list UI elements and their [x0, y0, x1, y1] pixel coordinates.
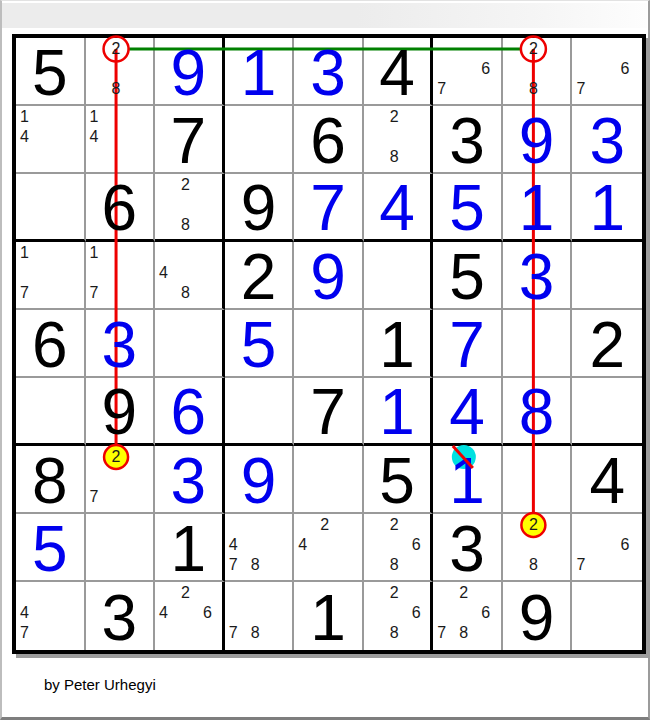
top-gray-strip — [2, 3, 647, 28]
candidate-digit[interactable]: 4 — [18, 603, 40, 623]
puzzle-credit: by Peter Urhegyi — [44, 676, 156, 693]
cell-r5c5[interactable] — [294, 310, 364, 378]
candidate-digit[interactable]: 2 — [527, 515, 549, 535]
candidate-grid — [572, 378, 642, 443]
cell-r6c3[interactable]: 6 — [155, 378, 225, 446]
given-digit: 9 — [86, 378, 154, 443]
cell-r5c3[interactable] — [155, 310, 225, 378]
candidate-grid: 2678 — [433, 582, 501, 650]
cell-r9c8[interactable]: 9 — [503, 582, 573, 650]
candidate-digit[interactable]: 6 — [410, 535, 432, 555]
cell-r7c1[interactable]: 8 — [16, 446, 86, 514]
cell-r2c7[interactable]: 3 — [433, 106, 503, 174]
candidate-grid: 14 — [86, 106, 154, 172]
candidate-grid — [364, 242, 431, 308]
cell-r6c2[interactable]: 9 — [86, 378, 156, 446]
candidate-grid: 28 — [503, 38, 571, 104]
candidate-digit[interactable]: 2 — [110, 447, 132, 467]
candidate-digit[interactable]: 7 — [18, 623, 40, 643]
candidate-grid — [16, 174, 84, 239]
candidate-grid: 28 — [503, 514, 571, 580]
cell-r9c2[interactable]: 3 — [86, 582, 156, 650]
cell-r7c2[interactable]: 27 — [86, 446, 156, 514]
cell-r7c8[interactable] — [503, 446, 573, 514]
cell-r9c1[interactable]: 47 — [16, 582, 86, 650]
given-digit: 6 — [86, 174, 154, 239]
cell-r7c9[interactable]: 4 — [572, 446, 642, 514]
candidate-grid — [155, 310, 222, 376]
candidate-digit[interactable]: 2 — [388, 583, 410, 603]
cell-r6c6[interactable]: 1 — [364, 378, 434, 446]
cell-r4c1[interactable]: 17 — [16, 242, 86, 310]
solved-digit: 4 — [364, 174, 431, 239]
cell-r3c3[interactable]: 28 — [155, 174, 225, 242]
cell-r6c5[interactable]: 7 — [294, 378, 364, 446]
solved-digit: 1 — [364, 378, 431, 443]
cell-r6c9[interactable] — [572, 378, 642, 446]
candidate-grid: 27 — [86, 446, 154, 512]
cell-r1c6[interactable]: 4 — [364, 38, 434, 106]
cell-r8c5[interactable]: 24 — [294, 514, 364, 582]
candidate-digit[interactable]: 2 — [457, 583, 479, 603]
cell-r5c2[interactable]: 3 — [86, 310, 156, 378]
candidate-digit[interactable]: 4 — [88, 127, 110, 147]
given-digit: 3 — [433, 514, 501, 580]
given-digit: 4 — [364, 38, 431, 104]
solved-digit: 7 — [294, 174, 362, 239]
cell-r1c7[interactable]: 67 — [433, 38, 503, 106]
candidate-grid: 14 — [16, 106, 84, 172]
candidate-grid: 67 — [433, 38, 501, 104]
candidate-digit[interactable]: 2 — [318, 515, 340, 535]
cell-r7c6[interactable]: 5 — [364, 446, 434, 514]
cell-r7c5[interactable] — [294, 446, 364, 514]
cell-r7c4[interactable]: 9 — [225, 446, 295, 514]
candidate-grid — [86, 514, 154, 580]
cell-r6c4[interactable] — [225, 378, 295, 446]
given-digit: 6 — [16, 310, 84, 376]
solved-digit: 9 — [503, 106, 571, 172]
sudoku-board: 5289134672867141476283936289745111717482… — [12, 34, 646, 654]
candidate-grid — [572, 242, 642, 308]
solved-digit: 5 — [16, 514, 84, 580]
given-digit: 5 — [364, 446, 431, 512]
candidate-grid — [294, 446, 362, 512]
candidate-digit[interactable]: 8 — [527, 555, 549, 575]
solved-digit: 3 — [155, 446, 222, 512]
candidate-grid: 268 — [364, 582, 431, 650]
cell-r9c4[interactable]: 78 — [225, 582, 295, 650]
candidate-grid — [294, 310, 362, 376]
cell-r7c3[interactable]: 3 — [155, 446, 225, 514]
candidate-grid: 67 — [572, 38, 642, 104]
cell-r4c5[interactable]: 9 — [294, 242, 364, 310]
cell-r1c3[interactable]: 9 — [155, 38, 225, 106]
candidate-digit[interactable]: 7 — [435, 623, 457, 643]
candidate-grid: 78 — [225, 582, 293, 650]
cell-r6c8[interactable]: 8 — [503, 378, 573, 446]
cell-r4c8[interactable]: 3 — [503, 242, 573, 310]
candidate-digit[interactable]: 8 — [249, 555, 271, 575]
cell-r3c5[interactable]: 7 — [294, 174, 364, 242]
cell-r1c1[interactable]: 5 — [16, 38, 86, 106]
cell-r1c9[interactable]: 67 — [572, 38, 642, 106]
cell-r3c4[interactable]: 9 — [225, 174, 295, 242]
candidate-digit[interactable]: 7 — [574, 79, 596, 99]
given-digit: 7 — [155, 106, 222, 172]
solved-digit: 1 — [572, 174, 642, 239]
candidate-digit[interactable]: 1 — [18, 107, 40, 127]
candidate-digit[interactable]: 7 — [88, 487, 110, 507]
candidate-grid — [225, 106, 293, 172]
cell-r9c5[interactable]: 1 — [294, 582, 364, 650]
cell-r3c7[interactable]: 5 — [433, 174, 503, 242]
candidate-digit[interactable]: 8 — [388, 555, 410, 575]
solved-digit: 6 — [155, 378, 222, 443]
given-digit: 1 — [155, 514, 222, 580]
cell-r3c9[interactable]: 1 — [572, 174, 642, 242]
candidate-digit[interactable]: 8 — [179, 215, 201, 235]
solved-digit: 7 — [433, 310, 501, 376]
candidate-grid: 268 — [364, 514, 431, 580]
cell-r4c6[interactable] — [364, 242, 434, 310]
given-digit: 4 — [572, 446, 642, 512]
candidate-digit[interactable]: 7 — [435, 79, 457, 99]
candidate-digit[interactable]: 7 — [227, 555, 249, 575]
solved-digit: 9 — [155, 38, 222, 104]
cell-r8c7[interactable]: 3 — [433, 514, 503, 582]
cell-r2c1[interactable]: 14 — [16, 106, 86, 174]
cell-r9c7[interactable]: 2678 — [433, 582, 503, 650]
cell-r4c2[interactable]: 17 — [86, 242, 156, 310]
candidate-grid — [225, 378, 293, 443]
given-digit: 5 — [16, 38, 84, 104]
candidate-digit[interactable]: 8 — [388, 147, 410, 167]
candidate-grid: 28 — [364, 106, 431, 172]
candidate-digit[interactable]: 2 — [179, 175, 201, 195]
cell-r4c9[interactable] — [572, 242, 642, 310]
candidate-digit[interactable]: 2 — [388, 515, 410, 535]
given-digit: 6 — [294, 106, 362, 172]
candidate-digit[interactable]: 2 — [179, 583, 201, 603]
cell-r6c7[interactable]: 4 — [433, 378, 503, 446]
candidate-grid — [503, 310, 571, 376]
cell-r8c6[interactable]: 268 — [364, 514, 434, 582]
candidate-digit[interactable]: 7 — [227, 623, 249, 643]
candidate-digit[interactable]: 4 — [157, 263, 179, 283]
given-digit: 1 — [294, 582, 362, 650]
candidate-digit[interactable]: 6 — [618, 535, 640, 555]
candidate-digit[interactable]: 7 — [88, 283, 110, 303]
candidate-digit[interactable]: 7 — [574, 555, 596, 575]
cell-r7c7[interactable]: 1 — [433, 446, 503, 514]
solved-digit: 3 — [503, 242, 571, 308]
candidate-grid: 478 — [225, 514, 293, 580]
cell-r8c8[interactable]: 28 — [503, 514, 573, 582]
candidate-digit[interactable]: 1 — [88, 107, 110, 127]
cell-r1c4[interactable]: 1 — [225, 38, 295, 106]
candidate-digit[interactable]: 2 — [110, 39, 132, 59]
candidate-grid: 24 — [294, 514, 362, 580]
cell-r5c7[interactable]: 7 — [433, 310, 503, 378]
app-window: 5289134672867141476283936289745111717482… — [0, 0, 650, 720]
cell-r8c9[interactable]: 67 — [572, 514, 642, 582]
candidate-digit[interactable]: 2 — [527, 39, 549, 59]
cell-r1c5[interactable]: 3 — [294, 38, 364, 106]
given-digit: 1 — [364, 310, 431, 376]
candidate-grid — [503, 446, 571, 512]
cell-r5c8[interactable] — [503, 310, 573, 378]
given-digit: 9 — [503, 582, 571, 650]
solved-digit: 5 — [433, 174, 501, 239]
given-digit: 2 — [572, 310, 642, 376]
candidate-digit[interactable]: 7 — [18, 283, 40, 303]
candidate-grid: 67 — [572, 514, 642, 580]
cell-r4c3[interactable]: 48 — [155, 242, 225, 310]
candidate-digit[interactable]: 8 — [110, 79, 132, 99]
cell-r4c4[interactable]: 2 — [225, 242, 295, 310]
candidate-digit[interactable]: 1 — [88, 243, 110, 263]
given-digit: 3 — [86, 582, 154, 650]
cell-r1c8[interactable]: 28 — [503, 38, 573, 106]
cell-r8c1[interactable]: 5 — [16, 514, 86, 582]
cell-r2c9[interactable]: 3 — [572, 106, 642, 174]
solved-digit: 1 — [225, 38, 293, 104]
cell-r2c4[interactable] — [225, 106, 295, 174]
candidate-grid: 28 — [86, 38, 154, 104]
solved-digit: 3 — [86, 310, 154, 376]
solved-digit: 9 — [225, 446, 293, 512]
candidate-grid — [16, 378, 84, 443]
given-digit: 5 — [433, 242, 501, 308]
candidate-grid: 17 — [86, 242, 154, 308]
cell-r2c8[interactable]: 9 — [503, 106, 573, 174]
cell-r6c1[interactable] — [16, 378, 86, 446]
candidate-grid: 47 — [16, 582, 84, 650]
solved-digit: 3 — [294, 38, 362, 104]
solved-digit: 1 — [433, 446, 501, 512]
cell-r5c6[interactable]: 1 — [364, 310, 434, 378]
cell-r2c2[interactable]: 14 — [86, 106, 156, 174]
cell-r9c6[interactable]: 268 — [364, 582, 434, 650]
given-digit: 9 — [225, 174, 293, 239]
cell-r3c6[interactable]: 4 — [364, 174, 434, 242]
cell-r3c1[interactable] — [16, 174, 86, 242]
candidate-digit[interactable]: 4 — [18, 127, 40, 147]
candidate-digit[interactable]: 1 — [18, 243, 40, 263]
solved-digit: 3 — [572, 106, 642, 172]
candidate-digit[interactable]: 6 — [479, 603, 501, 623]
given-digit: 8 — [16, 446, 84, 512]
cell-r5c4[interactable]: 5 — [225, 310, 295, 378]
cell-r2c5[interactable]: 6 — [294, 106, 364, 174]
candidate-digit[interactable]: 8 — [457, 623, 479, 643]
cell-r3c8[interactable]: 1 — [503, 174, 573, 242]
solved-digit: 4 — [433, 378, 501, 443]
solved-digit: 5 — [225, 310, 293, 376]
cell-r5c9[interactable]: 2 — [572, 310, 642, 378]
given-digit: 2 — [225, 242, 293, 308]
candidate-digit[interactable]: 2 — [388, 107, 410, 127]
solved-digit: 1 — [503, 174, 571, 239]
solved-digit: 9 — [294, 242, 362, 308]
candidate-grid: 246 — [155, 582, 222, 650]
solved-digit: 8 — [503, 378, 571, 443]
candidate-grid: 48 — [155, 242, 222, 308]
cell-r3c2[interactable]: 6 — [86, 174, 156, 242]
candidate-grid: 17 — [16, 242, 84, 308]
cell-r4c7[interactable]: 5 — [433, 242, 503, 310]
cell-r2c3[interactable]: 7 — [155, 106, 225, 174]
candidate-digit[interactable]: 4 — [296, 535, 318, 555]
solved-digit — [572, 582, 642, 650]
cell-r8c4[interactable]: 478 — [225, 514, 295, 582]
cell-r8c3[interactable]: 1 — [155, 514, 225, 582]
cell-r9c3[interactable]: 246 — [155, 582, 225, 650]
candidate-grid: 28 — [155, 174, 222, 239]
candidate-digit[interactable]: 6 — [479, 59, 501, 79]
candidate-digit[interactable]: 8 — [249, 623, 271, 643]
candidate-digit[interactable]: 6 — [618, 59, 640, 79]
cell-r9c9[interactable] — [572, 582, 642, 650]
candidate-digit[interactable]: 8 — [179, 283, 201, 303]
candidate-digit[interactable]: 4 — [227, 535, 249, 555]
cell-r1c2[interactable]: 28 — [86, 38, 156, 106]
candidate-digit[interactable]: 6 — [201, 603, 223, 623]
cell-r5c1[interactable]: 6 — [16, 310, 86, 378]
candidate-digit[interactable]: 4 — [157, 603, 179, 623]
given-digit: 3 — [433, 106, 501, 172]
candidate-digit[interactable]: 6 — [410, 603, 432, 623]
given-digit: 7 — [294, 378, 362, 443]
candidate-digit[interactable]: 8 — [388, 623, 410, 643]
cell-r8c2[interactable] — [86, 514, 156, 582]
candidate-digit[interactable]: 8 — [527, 79, 549, 99]
cell-r2c6[interactable]: 28 — [364, 106, 434, 174]
